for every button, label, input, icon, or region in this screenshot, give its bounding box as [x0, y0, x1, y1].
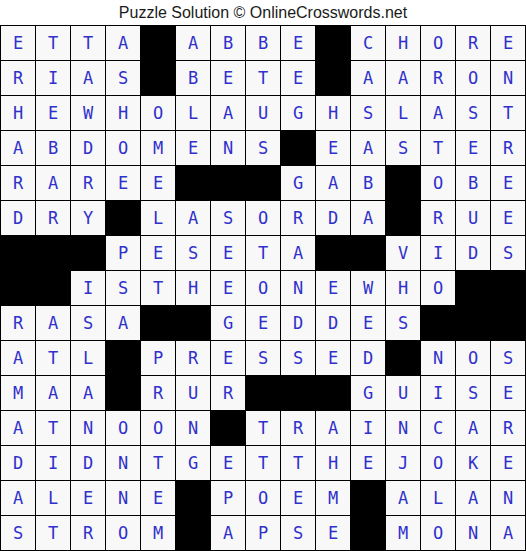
block-cell-r8c1 [1, 271, 35, 305]
block-cell-r9c15 [491, 306, 525, 340]
letter-cell-r1c4: A [106, 26, 140, 60]
letter-cell-r3c1: H [1, 96, 35, 130]
block-cell-r9c14 [456, 306, 490, 340]
letter-cell-r7c13: I [421, 236, 455, 270]
letter-cell-r4c3: D [71, 131, 105, 165]
letter-cell-r6c7: S [211, 201, 245, 235]
letter-cell-r1c15: E [491, 26, 525, 60]
letter-cell-r10c5: P [141, 341, 175, 375]
letter-cell-r14c7: P [211, 481, 245, 515]
letter-cell-r6c5: L [141, 201, 175, 235]
letter-cell-r14c2: L [36, 481, 70, 515]
letter-cell-r1c12: H [386, 26, 420, 60]
block-cell-r2c5 [141, 61, 175, 95]
letter-cell-r7c8: T [246, 236, 280, 270]
block-cell-r15c6 [176, 516, 210, 550]
letter-cell-r12c5: O [141, 411, 175, 445]
letter-cell-r3c12: L [386, 96, 420, 130]
letter-cell-r6c9: R [281, 201, 315, 235]
letter-cell-r1c13: O [421, 26, 455, 60]
letter-cell-r14c9: E [281, 481, 315, 515]
letter-cell-r6c15: E [491, 201, 525, 235]
letter-cell-r8c5: T [141, 271, 175, 305]
letter-cell-r8c3: I [71, 271, 105, 305]
letter-cell-r14c8: O [246, 481, 280, 515]
page-title: Puzzle Solution © OnlineCrosswords.net [0, 0, 526, 25]
letter-cell-r12c11: I [351, 411, 385, 445]
crossword-solution-page: Puzzle Solution © OnlineCrosswords.net E… [0, 0, 526, 551]
letter-cell-r12c2: T [36, 411, 70, 445]
letter-cell-r2c7: E [211, 61, 245, 95]
letter-cell-r5c11: B [351, 166, 385, 200]
letter-cell-r11c6: U [176, 376, 210, 410]
block-cell-r7c10 [316, 236, 350, 270]
letter-cell-r4c11: A [351, 131, 385, 165]
block-cell-r5c6 [176, 166, 210, 200]
letter-cell-r11c5: R [141, 376, 175, 410]
letter-cell-r14c1: A [1, 481, 35, 515]
block-cell-r10c4 [106, 341, 140, 375]
letter-cell-r15c10: E [316, 516, 350, 550]
letter-cell-r11c7: R [211, 376, 245, 410]
block-cell-r5c7 [211, 166, 245, 200]
letter-cell-r5c5: E [141, 166, 175, 200]
block-cell-r7c1 [1, 236, 35, 270]
letter-cell-r4c15: R [491, 131, 525, 165]
letter-cell-r14c14: A [456, 481, 490, 515]
letter-cell-r12c6: N [176, 411, 210, 445]
letter-cell-r10c10: E [316, 341, 350, 375]
letter-cell-r13c2: I [36, 446, 70, 480]
letter-cell-r1c8: B [246, 26, 280, 60]
block-cell-r6c4 [106, 201, 140, 235]
letter-cell-r9c11: E [351, 306, 385, 340]
letter-cell-r9c3: S [71, 306, 105, 340]
letter-cell-r11c1: M [1, 376, 35, 410]
letter-cell-r3c6: L [176, 96, 210, 130]
letter-cell-r11c11: G [351, 376, 385, 410]
block-cell-r7c2 [36, 236, 70, 270]
letter-cell-r15c13: O [421, 516, 455, 550]
letter-cell-r13c1: D [1, 446, 35, 480]
letter-cell-r5c3: R [71, 166, 105, 200]
letter-cell-r12c14: A [456, 411, 490, 445]
letter-cell-r10c9: S [281, 341, 315, 375]
letter-cell-r12c15: R [491, 411, 525, 445]
block-cell-r1c10 [316, 26, 350, 60]
letter-cell-r15c15: A [491, 516, 525, 550]
letter-cell-r4c8: S [246, 131, 280, 165]
letter-cell-r6c6: A [176, 201, 210, 235]
letter-cell-r4c4: O [106, 131, 140, 165]
letter-cell-r4c7: N [211, 131, 245, 165]
letter-cell-r15c1: S [1, 516, 35, 550]
letter-cell-r6c13: R [421, 201, 455, 235]
letter-cell-r6c1: D [1, 201, 35, 235]
letter-cell-r6c3: Y [71, 201, 105, 235]
letter-cell-r14c13: L [421, 481, 455, 515]
letter-cell-r10c7: E [211, 341, 245, 375]
letter-cell-r2c8: T [246, 61, 280, 95]
letter-cell-r6c11: A [351, 201, 385, 235]
letter-cell-r4c13: T [421, 131, 455, 165]
letter-cell-r12c3: N [71, 411, 105, 445]
block-cell-r8c2 [36, 271, 70, 305]
block-cell-r4c9 [281, 131, 315, 165]
letter-cell-r6c8: O [246, 201, 280, 235]
letter-cell-r15c14: N [456, 516, 490, 550]
letter-cell-r8c4: S [106, 271, 140, 305]
letter-cell-r8c10: E [316, 271, 350, 305]
letter-cell-r10c15: S [491, 341, 525, 375]
letter-cell-r13c13: O [421, 446, 455, 480]
letter-cell-r7c5: E [141, 236, 175, 270]
letter-cell-r1c7: B [211, 26, 245, 60]
letter-cell-r12c9: R [281, 411, 315, 445]
letter-cell-r2c6: B [176, 61, 210, 95]
letter-cell-r8c8: O [246, 271, 280, 305]
block-cell-r8c15 [491, 271, 525, 305]
letter-cell-r15c9: S [281, 516, 315, 550]
letter-cell-r4c6: E [176, 131, 210, 165]
letter-cell-r2c1: R [1, 61, 35, 95]
letter-cell-r2c15: N [491, 61, 525, 95]
letter-cell-r10c1: A [1, 341, 35, 375]
letter-cell-r13c9: T [281, 446, 315, 480]
letter-cell-r5c15: E [491, 166, 525, 200]
letter-cell-r6c2: R [36, 201, 70, 235]
letter-cell-r11c3: A [71, 376, 105, 410]
letter-cell-r7c6: S [176, 236, 210, 270]
letter-cell-r10c11: D [351, 341, 385, 375]
letter-cell-r4c14: E [456, 131, 490, 165]
letter-cell-r15c8: P [246, 516, 280, 550]
letter-cell-r1c11: C [351, 26, 385, 60]
letter-cell-r13c10: H [316, 446, 350, 480]
letter-cell-r13c4: N [106, 446, 140, 480]
letter-cell-r9c8: E [246, 306, 280, 340]
letter-cell-r7c7: E [211, 236, 245, 270]
letter-cell-r10c8: S [246, 341, 280, 375]
letter-cell-r10c3: L [71, 341, 105, 375]
block-cell-r11c8 [246, 376, 280, 410]
letter-cell-r15c3: R [71, 516, 105, 550]
letter-cell-r2c4: S [106, 61, 140, 95]
letter-cell-r15c12: M [386, 516, 420, 550]
letter-cell-r13c15: E [491, 446, 525, 480]
letter-cell-r14c5: E [141, 481, 175, 515]
letter-cell-r7c12: V [386, 236, 420, 270]
letter-cell-r4c2: B [36, 131, 70, 165]
letter-cell-r5c1: R [1, 166, 35, 200]
letter-cell-r3c10: H [316, 96, 350, 130]
letter-cell-r9c1: R [1, 306, 35, 340]
letter-cell-r4c10: E [316, 131, 350, 165]
letter-cell-r12c12: N [386, 411, 420, 445]
letter-cell-r12c10: A [316, 411, 350, 445]
letter-cell-r15c2: T [36, 516, 70, 550]
block-cell-r9c13 [421, 306, 455, 340]
letter-cell-r10c2: T [36, 341, 70, 375]
letter-cell-r4c1: A [1, 131, 35, 165]
letter-cell-r2c13: R [421, 61, 455, 95]
letter-cell-r3c11: S [351, 96, 385, 130]
letter-cell-r3c3: W [71, 96, 105, 130]
block-cell-r5c12 [386, 166, 420, 200]
letter-cell-r2c11: A [351, 61, 385, 95]
letter-cell-r7c15: S [491, 236, 525, 270]
letter-cell-r5c13: O [421, 166, 455, 200]
letter-cell-r10c6: R [176, 341, 210, 375]
block-cell-r8c14 [456, 271, 490, 305]
letter-cell-r2c9: E [281, 61, 315, 95]
letter-cell-r5c14: B [456, 166, 490, 200]
letter-cell-r13c6: G [176, 446, 210, 480]
letter-cell-r2c3: A [71, 61, 105, 95]
letter-cell-r5c4: E [106, 166, 140, 200]
block-cell-r9c5 [141, 306, 175, 340]
letter-cell-r7c4: P [106, 236, 140, 270]
letter-cell-r5c9: G [281, 166, 315, 200]
letter-cell-r2c14: O [456, 61, 490, 95]
letter-cell-r8c12: H [386, 271, 420, 305]
block-cell-r14c11 [351, 481, 385, 515]
letter-cell-r13c5: T [141, 446, 175, 480]
letter-cell-r4c5: M [141, 131, 175, 165]
letter-cell-r5c10: A [316, 166, 350, 200]
letter-cell-r10c14: O [456, 341, 490, 375]
block-cell-r15c11 [351, 516, 385, 550]
letter-cell-r3c13: A [421, 96, 455, 130]
block-cell-r11c10 [316, 376, 350, 410]
letter-cell-r11c2: A [36, 376, 70, 410]
block-cell-r14c6 [176, 481, 210, 515]
letter-cell-r12c8: T [246, 411, 280, 445]
letter-cell-r8c11: W [351, 271, 385, 305]
letter-cell-r1c1: E [1, 26, 35, 60]
letter-cell-r11c15: E [491, 376, 525, 410]
block-cell-r11c4 [106, 376, 140, 410]
letter-cell-r11c12: U [386, 376, 420, 410]
letter-cell-r6c14: U [456, 201, 490, 235]
letter-cell-r10c13: N [421, 341, 455, 375]
block-cell-r9c6 [176, 306, 210, 340]
letter-cell-r15c4: O [106, 516, 140, 550]
letter-cell-r14c4: N [106, 481, 140, 515]
letter-cell-r3c2: E [36, 96, 70, 130]
crossword-grid: ETTAABBECHORERIASBETEAARONHEWHOLAUGHSLAS… [0, 25, 526, 551]
block-cell-r7c11 [351, 236, 385, 270]
letter-cell-r3c14: S [456, 96, 490, 130]
letter-cell-r8c13: O [421, 271, 455, 305]
letter-cell-r1c9: E [281, 26, 315, 60]
letter-cell-r9c7: G [211, 306, 245, 340]
letter-cell-r8c7: E [211, 271, 245, 305]
letter-cell-r3c5: O [141, 96, 175, 130]
letter-cell-r3c15: T [491, 96, 525, 130]
letter-cell-r2c2: I [36, 61, 70, 95]
letter-cell-r3c4: H [106, 96, 140, 130]
block-cell-r6c12 [386, 201, 420, 235]
letter-cell-r4c12: S [386, 131, 420, 165]
letter-cell-r7c9: A [281, 236, 315, 270]
letter-cell-r3c9: G [281, 96, 315, 130]
letter-cell-r12c1: A [1, 411, 35, 445]
letter-cell-r15c5: M [141, 516, 175, 550]
block-cell-r11c9 [281, 376, 315, 410]
letter-cell-r9c12: S [386, 306, 420, 340]
block-cell-r5c8 [246, 166, 280, 200]
letter-cell-r5c2: A [36, 166, 70, 200]
letter-cell-r9c10: D [316, 306, 350, 340]
letter-cell-r14c3: E [71, 481, 105, 515]
letter-cell-r8c9: N [281, 271, 315, 305]
letter-cell-r11c13: I [421, 376, 455, 410]
letter-cell-r15c7: A [211, 516, 245, 550]
letter-cell-r2c12: A [386, 61, 420, 95]
letter-cell-r1c2: T [36, 26, 70, 60]
letter-cell-r13c14: K [456, 446, 490, 480]
letter-cell-r13c12: J [386, 446, 420, 480]
letter-cell-r3c7: A [211, 96, 245, 130]
letter-cell-r12c4: O [106, 411, 140, 445]
letter-cell-r13c3: D [71, 446, 105, 480]
letter-cell-r9c4: A [106, 306, 140, 340]
letter-cell-r11c14: S [456, 376, 490, 410]
block-cell-r7c3 [71, 236, 105, 270]
letter-cell-r3c8: U [246, 96, 280, 130]
letter-cell-r6c10: D [316, 201, 350, 235]
block-cell-r1c5 [141, 26, 175, 60]
letter-cell-r14c15: N [491, 481, 525, 515]
letter-cell-r13c11: E [351, 446, 385, 480]
letter-cell-r1c3: T [71, 26, 105, 60]
block-cell-r10c12 [386, 341, 420, 375]
letter-cell-r7c14: D [456, 236, 490, 270]
letter-cell-r14c10: M [316, 481, 350, 515]
letter-cell-r12c13: C [421, 411, 455, 445]
letter-cell-r13c8: T [246, 446, 280, 480]
letter-cell-r1c14: R [456, 26, 490, 60]
letter-cell-r1c6: A [176, 26, 210, 60]
letter-cell-r9c2: A [36, 306, 70, 340]
letter-cell-r9c9: D [281, 306, 315, 340]
letter-cell-r14c12: A [386, 481, 420, 515]
block-cell-r2c10 [316, 61, 350, 95]
block-cell-r12c7 [211, 411, 245, 445]
letter-cell-r13c7: E [211, 446, 245, 480]
letter-cell-r8c6: H [176, 271, 210, 305]
